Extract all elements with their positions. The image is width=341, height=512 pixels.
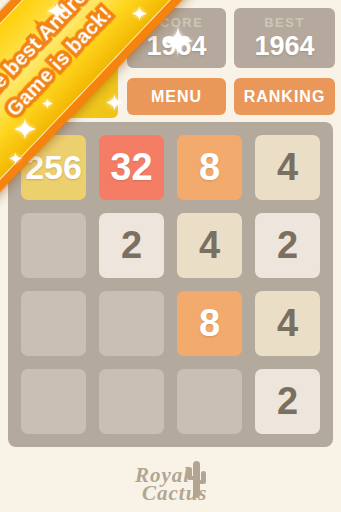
brand-footer: Royal Cactus <box>135 463 209 505</box>
sparkle-icon <box>9 152 22 165</box>
empty-cell-r3c1 <box>21 291 86 356</box>
sparkle-icon <box>106 94 123 111</box>
empty-cell-r4c3 <box>177 369 242 434</box>
best-box: BEST 1964 <box>234 8 335 68</box>
empty-cell-r4c2 <box>99 369 164 434</box>
best-label: BEST <box>264 16 305 30</box>
tile-2-r2c2: 2 <box>99 213 164 278</box>
menu-button[interactable]: MENU <box>127 78 226 115</box>
cactus-icon <box>187 461 206 498</box>
sparkle-icon <box>47 1 67 21</box>
empty-cell-r4c1 <box>21 369 86 434</box>
tile-4-r1c4: 4 <box>255 135 320 200</box>
tile-8-r3c3: 8 <box>177 291 242 356</box>
tile-32-r1c2: 32 <box>99 135 164 200</box>
empty-cell-r3c2 <box>99 291 164 356</box>
sparkle-icon <box>132 6 147 21</box>
app-root: SCORE 1964 BEST 1964 MENU RANKING 256328… <box>0 0 341 512</box>
best-value: 1964 <box>254 30 314 62</box>
empty-cell-r2c1 <box>21 213 86 278</box>
game-board[interactable]: 2563284242842 <box>8 122 333 447</box>
sparkle-icon <box>163 26 193 56</box>
tile-4-r3c4: 4 <box>255 291 320 356</box>
tile-8-r1c3: 8 <box>177 135 242 200</box>
tile-4-r2c3: 4 <box>177 213 242 278</box>
sparkle-icon <box>14 118 36 140</box>
ranking-button[interactable]: RANKING <box>234 78 335 115</box>
tile-2-r4c4: 2 <box>255 369 320 434</box>
sparkle-icon <box>42 98 53 109</box>
tile-2-r2c4: 2 <box>255 213 320 278</box>
